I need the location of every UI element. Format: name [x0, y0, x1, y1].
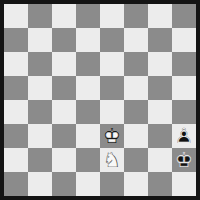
square-c6[interactable]	[52, 52, 76, 76]
square-e1[interactable]	[100, 172, 124, 196]
square-h1[interactable]	[172, 172, 196, 196]
square-e5[interactable]	[100, 76, 124, 100]
square-c4[interactable]	[52, 100, 76, 124]
square-d4[interactable]	[76, 100, 100, 124]
square-e2[interactable]: ♞♘	[100, 148, 124, 172]
square-h6[interactable]	[172, 52, 196, 76]
square-f3[interactable]	[124, 124, 148, 148]
square-h8[interactable]	[172, 4, 196, 28]
chess-board: ♚♔♟♙♞♘♚♔	[0, 0, 200, 200]
square-a7[interactable]	[4, 28, 28, 52]
square-a6[interactable]	[4, 52, 28, 76]
square-f8[interactable]	[124, 4, 148, 28]
square-g8[interactable]	[148, 4, 172, 28]
square-d1[interactable]	[76, 172, 100, 196]
square-e8[interactable]	[100, 4, 124, 28]
square-b2[interactable]	[28, 148, 52, 172]
square-d3[interactable]	[76, 124, 100, 148]
black-pawn[interactable]: ♟♙	[172, 124, 196, 148]
square-c1[interactable]	[52, 172, 76, 196]
square-c8[interactable]	[52, 4, 76, 28]
square-f4[interactable]	[124, 100, 148, 124]
square-g7[interactable]	[148, 28, 172, 52]
square-g2[interactable]	[148, 148, 172, 172]
square-c2[interactable]	[52, 148, 76, 172]
square-f2[interactable]	[124, 148, 148, 172]
square-e4[interactable]	[100, 100, 124, 124]
square-e6[interactable]	[100, 52, 124, 76]
square-h2[interactable]: ♚♔	[172, 148, 196, 172]
square-a1[interactable]	[4, 172, 28, 196]
square-a2[interactable]	[4, 148, 28, 172]
square-d2[interactable]	[76, 148, 100, 172]
white-king-outline-glyph: ♔	[100, 124, 124, 148]
square-h5[interactable]	[172, 76, 196, 100]
square-h7[interactable]	[172, 28, 196, 52]
black-pawn-outline-glyph: ♙	[172, 124, 196, 148]
square-c3[interactable]	[52, 124, 76, 148]
square-d8[interactable]	[76, 4, 100, 28]
square-f1[interactable]	[124, 172, 148, 196]
black-king[interactable]: ♚♔	[172, 148, 196, 172]
square-d5[interactable]	[76, 76, 100, 100]
square-g3[interactable]	[148, 124, 172, 148]
square-g6[interactable]	[148, 52, 172, 76]
square-b3[interactable]	[28, 124, 52, 148]
square-a8[interactable]	[4, 4, 28, 28]
square-f7[interactable]	[124, 28, 148, 52]
square-c7[interactable]	[52, 28, 76, 52]
square-e7[interactable]	[100, 28, 124, 52]
square-a5[interactable]	[4, 76, 28, 100]
square-f6[interactable]	[124, 52, 148, 76]
square-b7[interactable]	[28, 28, 52, 52]
square-h4[interactable]	[172, 100, 196, 124]
white-king[interactable]: ♚♔	[100, 124, 124, 148]
square-c5[interactable]	[52, 76, 76, 100]
square-d6[interactable]	[76, 52, 100, 76]
square-a4[interactable]	[4, 100, 28, 124]
square-b5[interactable]	[28, 76, 52, 100]
square-b4[interactable]	[28, 100, 52, 124]
square-g5[interactable]	[148, 76, 172, 100]
square-e3[interactable]: ♚♔	[100, 124, 124, 148]
square-g4[interactable]	[148, 100, 172, 124]
square-f5[interactable]	[124, 76, 148, 100]
square-b1[interactable]	[28, 172, 52, 196]
square-g1[interactable]	[148, 172, 172, 196]
square-b8[interactable]	[28, 4, 52, 28]
square-b6[interactable]	[28, 52, 52, 76]
black-king-outline-glyph: ♔	[172, 148, 196, 172]
white-knight-outline-glyph: ♘	[100, 148, 124, 172]
square-d7[interactable]	[76, 28, 100, 52]
square-h3[interactable]: ♟♙	[172, 124, 196, 148]
white-knight[interactable]: ♞♘	[100, 148, 124, 172]
square-a3[interactable]	[4, 124, 28, 148]
